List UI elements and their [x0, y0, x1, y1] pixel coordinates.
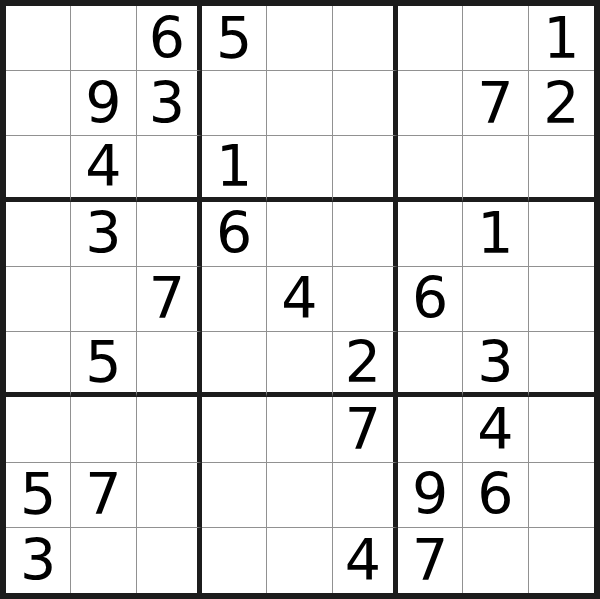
cell-r4c1[interactable]	[6, 202, 71, 267]
given-digit: 4	[477, 401, 513, 458]
cell-r4c9[interactable]	[529, 202, 594, 267]
cell-r1c8[interactable]	[463, 6, 528, 71]
cell-r8c5[interactable]	[267, 463, 332, 528]
cell-r9c8[interactable]	[463, 528, 528, 593]
cell-r6c3[interactable]	[137, 332, 202, 397]
cell-r8c8[interactable]: 6	[463, 463, 528, 528]
cell-r9c2[interactable]	[71, 528, 136, 593]
cell-r4c7[interactable]	[398, 202, 463, 267]
cell-r4c6[interactable]	[333, 202, 398, 267]
cell-r5c4[interactable]	[202, 267, 267, 332]
cell-r8c7[interactable]: 9	[398, 463, 463, 528]
cell-r1c3[interactable]: 6	[137, 6, 202, 71]
cell-r4c8[interactable]: 1	[463, 202, 528, 267]
cell-r3c1[interactable]	[6, 136, 71, 201]
cell-r7c1[interactable]	[6, 397, 71, 462]
cell-r1c5[interactable]	[267, 6, 332, 71]
cell-r5c1[interactable]	[6, 267, 71, 332]
given-digit: 4	[85, 138, 121, 195]
cell-r6c2[interactable]: 5	[71, 332, 136, 397]
cell-r4c4[interactable]: 6	[202, 202, 267, 267]
cell-r1c2[interactable]	[71, 6, 136, 71]
cell-r1c6[interactable]	[333, 6, 398, 71]
cell-r2c5[interactable]	[267, 71, 332, 136]
given-digit: 7	[412, 532, 448, 589]
given-digit: 2	[543, 75, 579, 132]
cell-r6c4[interactable]	[202, 332, 267, 397]
given-digit: 9	[85, 75, 121, 132]
cell-r8c3[interactable]	[137, 463, 202, 528]
cell-r2c9[interactable]: 2	[529, 71, 594, 136]
given-digit: 4	[345, 532, 381, 589]
given-digit: 5	[20, 466, 56, 523]
given-digit: 1	[216, 138, 252, 195]
cell-r7c8[interactable]: 4	[463, 397, 528, 462]
cell-r5c7[interactable]: 6	[398, 267, 463, 332]
given-digit: 3	[20, 532, 56, 589]
cell-r7c3[interactable]	[137, 397, 202, 462]
given-digit: 6	[149, 10, 185, 67]
given-digit: 9	[412, 466, 448, 523]
cell-r5c8[interactable]	[463, 267, 528, 332]
cell-r5c5[interactable]: 4	[267, 267, 332, 332]
given-digit: 1	[477, 205, 513, 262]
cell-r1c9[interactable]: 1	[529, 6, 594, 71]
cell-r4c5[interactable]	[267, 202, 332, 267]
cell-r1c7[interactable]	[398, 6, 463, 71]
cell-r6c8[interactable]: 3	[463, 332, 528, 397]
given-digit: 5	[85, 334, 121, 391]
cell-r2c8[interactable]: 7	[463, 71, 528, 136]
given-digit: 3	[85, 205, 121, 262]
cell-r2c4[interactable]	[202, 71, 267, 136]
cell-r3c3[interactable]	[137, 136, 202, 201]
cell-r3c5[interactable]	[267, 136, 332, 201]
cell-r6c1[interactable]	[6, 332, 71, 397]
given-digit: 1	[543, 10, 579, 67]
cell-r2c1[interactable]	[6, 71, 71, 136]
cell-r4c2[interactable]: 3	[71, 202, 136, 267]
cell-r9c1[interactable]: 3	[6, 528, 71, 593]
cell-r2c3[interactable]: 3	[137, 71, 202, 136]
cell-r5c3[interactable]: 7	[137, 267, 202, 332]
given-digit: 7	[149, 270, 185, 327]
cell-r7c2[interactable]	[71, 397, 136, 462]
cell-r6c5[interactable]	[267, 332, 332, 397]
cell-r6c9[interactable]	[529, 332, 594, 397]
cell-r7c5[interactable]	[267, 397, 332, 462]
given-digit: 3	[477, 334, 513, 391]
cell-r8c9[interactable]	[529, 463, 594, 528]
cell-r1c4[interactable]: 5	[202, 6, 267, 71]
cell-r2c7[interactable]	[398, 71, 463, 136]
cell-r3c4[interactable]: 1	[202, 136, 267, 201]
given-digit: 7	[85, 466, 121, 523]
cell-r1c1[interactable]	[6, 6, 71, 71]
cell-r3c8[interactable]	[463, 136, 528, 201]
cell-r2c6[interactable]	[333, 71, 398, 136]
given-digit: 5	[216, 10, 252, 67]
cell-r2c2[interactable]: 9	[71, 71, 136, 136]
given-digit: 6	[477, 466, 513, 523]
cell-r9c5[interactable]	[267, 528, 332, 593]
sudoku-board: 651937241361746523745796347	[0, 0, 600, 599]
cell-r8c1[interactable]: 5	[6, 463, 71, 528]
cell-r7c9[interactable]	[529, 397, 594, 462]
cell-r5c6[interactable]	[333, 267, 398, 332]
cell-r7c7[interactable]	[398, 397, 463, 462]
cell-r5c9[interactable]	[529, 267, 594, 332]
cell-r9c9[interactable]	[529, 528, 594, 593]
cell-r3c9[interactable]	[529, 136, 594, 201]
cell-r9c7[interactable]: 7	[398, 528, 463, 593]
given-digit: 7	[477, 75, 513, 132]
cell-r6c7[interactable]	[398, 332, 463, 397]
cell-r4c3[interactable]	[137, 202, 202, 267]
given-digit: 2	[345, 334, 381, 391]
cell-r3c2[interactable]: 4	[71, 136, 136, 201]
cell-r8c6[interactable]	[333, 463, 398, 528]
cell-r9c6[interactable]: 4	[333, 528, 398, 593]
given-digit: 3	[149, 75, 185, 132]
cell-r7c4[interactable]	[202, 397, 267, 462]
cell-r8c4[interactable]	[202, 463, 267, 528]
cell-r3c6[interactable]	[333, 136, 398, 201]
cell-r3c7[interactable]	[398, 136, 463, 201]
given-digit: 4	[281, 270, 317, 327]
cell-r5c2[interactable]	[71, 267, 136, 332]
cell-r7c6[interactable]: 7	[333, 397, 398, 462]
cell-r9c3[interactable]	[137, 528, 202, 593]
cell-r8c2[interactable]: 7	[71, 463, 136, 528]
cell-r9c4[interactable]	[202, 528, 267, 593]
given-digit: 6	[412, 270, 448, 327]
given-digit: 7	[345, 401, 381, 458]
given-digit: 6	[216, 205, 252, 262]
cell-r6c6[interactable]: 2	[333, 332, 398, 397]
